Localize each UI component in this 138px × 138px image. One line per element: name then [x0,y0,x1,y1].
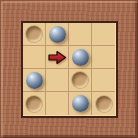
board-cell [69,23,92,46]
board-cell [46,46,69,69]
board-cell [23,69,46,92]
hole [26,96,42,112]
board-cell [23,46,46,69]
play-field-recess [21,21,118,118]
marble[interactable] [72,49,89,66]
board-cell [92,92,115,115]
board-cell [69,92,92,115]
board-cell [92,23,115,46]
board-cell [46,23,69,46]
board-cell [69,69,92,92]
hole [26,26,42,42]
marble[interactable] [26,72,43,89]
puzzle-board-frame [0,0,138,138]
board-cell [46,69,69,92]
board-cell [23,23,46,46]
board-cell [92,46,115,69]
board-cell [46,92,69,115]
game-board-grid [23,23,115,115]
board-cell [69,46,92,69]
marble[interactable] [49,26,66,43]
arrow-right-icon[interactable] [48,50,67,65]
board-cell [23,92,46,115]
hole [96,96,112,112]
board-cell [92,69,115,92]
marble[interactable] [72,95,89,112]
hole [72,72,88,88]
